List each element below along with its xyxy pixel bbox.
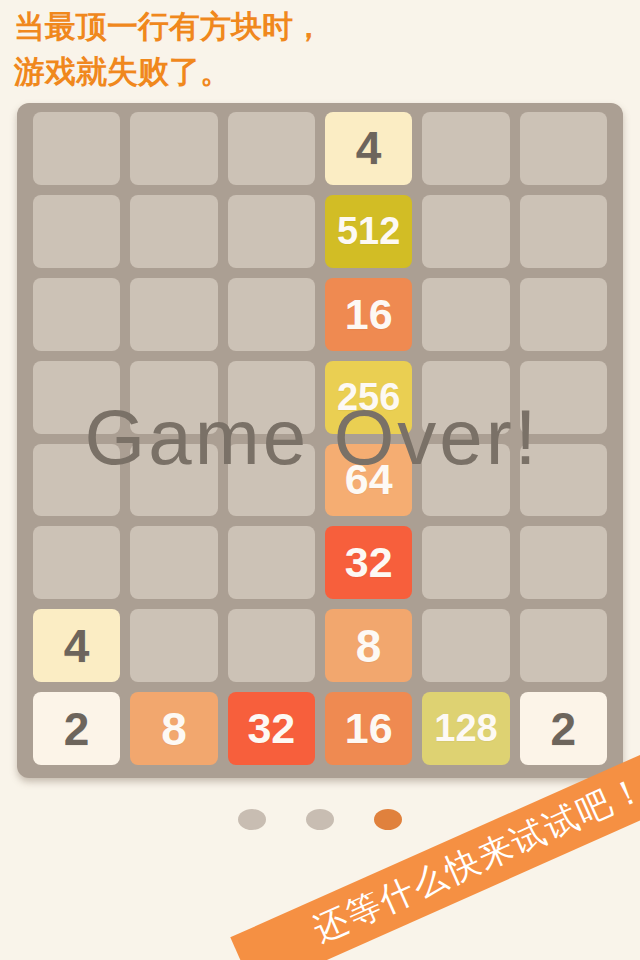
empty-cell — [130, 609, 217, 682]
tile-2: 2 — [33, 692, 120, 765]
empty-cell — [228, 278, 315, 351]
empty-cell — [520, 278, 607, 351]
empty-cell — [228, 195, 315, 268]
tutorial-hint-line-1: 当最顶一行有方块时， — [14, 4, 324, 49]
tutorial-hint: 当最顶一行有方块时， 游戏就失败了。 — [14, 4, 324, 94]
tile-4: 4 — [33, 609, 120, 682]
pagination-dot[interactable] — [238, 809, 266, 830]
tile-8: 8 — [325, 609, 412, 682]
empty-cell — [228, 526, 315, 599]
empty-cell — [33, 526, 120, 599]
empty-cell — [228, 112, 315, 185]
empty-cell — [33, 112, 120, 185]
empty-cell — [130, 278, 217, 351]
pagination-dot[interactable] — [306, 809, 334, 830]
empty-cell — [130, 112, 217, 185]
promo-ribbon-label: 还等什么快来试试吧！ — [306, 765, 640, 953]
empty-cell — [130, 526, 217, 599]
empty-cell — [422, 278, 509, 351]
tile-512: 512 — [325, 195, 412, 268]
empty-cell — [422, 112, 509, 185]
empty-cell — [228, 609, 315, 682]
empty-cell — [520, 112, 607, 185]
empty-cell — [520, 195, 607, 268]
empty-cell — [520, 609, 607, 682]
pagination-dot-active[interactable] — [374, 809, 402, 830]
empty-cell — [520, 526, 607, 599]
tile-4: 4 — [325, 112, 412, 185]
tile-2: 2 — [520, 692, 607, 765]
tile-16: 16 — [325, 278, 412, 351]
empty-cell — [422, 609, 509, 682]
empty-cell — [33, 195, 120, 268]
empty-cell — [422, 526, 509, 599]
tile-128: 128 — [422, 692, 509, 765]
empty-cell — [33, 278, 120, 351]
tile-32: 32 — [325, 526, 412, 599]
app-screen: 当最顶一行有方块时， 游戏就失败了。 451216256643248283216… — [0, 0, 640, 960]
tile-8: 8 — [130, 692, 217, 765]
empty-cell — [422, 195, 509, 268]
tile-16: 16 — [325, 692, 412, 765]
tutorial-hint-line-2: 游戏就失败了。 — [14, 49, 324, 94]
empty-cell — [130, 195, 217, 268]
game-over-text: Game Over! — [0, 392, 624, 483]
tile-32: 32 — [228, 692, 315, 765]
